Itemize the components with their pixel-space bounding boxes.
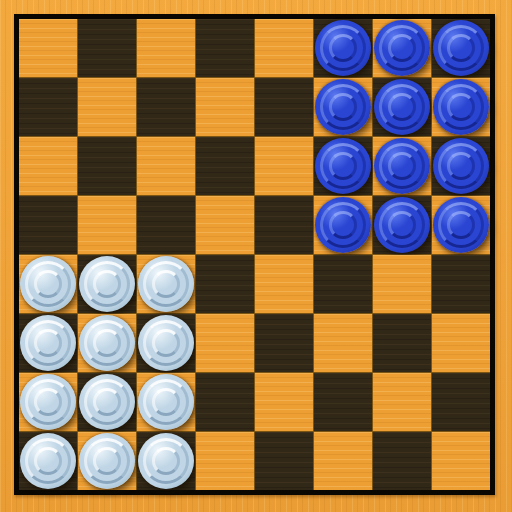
piece-ring-inner (388, 211, 416, 239)
white-piece-c2[interactable] (138, 374, 194, 430)
piece-ring-inner (388, 93, 416, 121)
square-e8[interactable] (255, 19, 313, 77)
square-f5[interactable] (314, 196, 372, 254)
square-d4[interactable] (196, 255, 254, 313)
square-g7[interactable] (373, 78, 431, 136)
square-g5[interactable] (373, 196, 431, 254)
blue-piece-g6[interactable] (374, 138, 430, 194)
piece-ring-inner (93, 388, 121, 416)
square-e4[interactable] (255, 255, 313, 313)
piece-ring-inner (329, 34, 357, 62)
piece-ring-outer (379, 84, 425, 130)
piece-ring-inner (93, 329, 121, 357)
board-frame (14, 14, 495, 495)
square-b4[interactable] (78, 255, 136, 313)
piece-ring-inner (329, 211, 357, 239)
square-c7[interactable] (137, 78, 195, 136)
square-a6[interactable] (19, 137, 77, 195)
square-f4[interactable] (314, 255, 372, 313)
square-c2[interactable] (137, 373, 195, 431)
square-c8[interactable] (137, 19, 195, 77)
piece-ring-inner (93, 447, 121, 475)
blue-piece-h6[interactable] (433, 138, 489, 194)
square-h7[interactable] (432, 78, 490, 136)
piece-ring-outer (320, 25, 366, 71)
square-b7[interactable] (78, 78, 136, 136)
piece-ring-outer (84, 438, 130, 484)
square-e2[interactable] (255, 373, 313, 431)
square-e6[interactable] (255, 137, 313, 195)
square-b2[interactable] (78, 373, 136, 431)
piece-ring-inner (34, 329, 62, 357)
piece-ring-outer (84, 379, 130, 425)
square-h4[interactable] (432, 255, 490, 313)
square-f6[interactable] (314, 137, 372, 195)
square-f3[interactable] (314, 314, 372, 372)
square-a5[interactable] (19, 196, 77, 254)
piece-ring-outer (143, 379, 189, 425)
square-g2[interactable] (373, 373, 431, 431)
wood-frame (0, 0, 512, 512)
square-e1[interactable] (255, 432, 313, 490)
piece-ring-inner (447, 93, 475, 121)
square-b1[interactable] (78, 432, 136, 490)
square-h6[interactable] (432, 137, 490, 195)
piece-ring-outer (379, 25, 425, 71)
piece-ring-outer (25, 320, 71, 366)
piece-ring-inner (447, 34, 475, 62)
square-h1[interactable] (432, 432, 490, 490)
piece-ring-outer (438, 202, 484, 248)
square-e7[interactable] (255, 78, 313, 136)
piece-ring-outer (84, 261, 130, 307)
blue-piece-f5[interactable] (315, 197, 371, 253)
white-piece-b2[interactable] (79, 374, 135, 430)
piece-ring-outer (379, 143, 425, 189)
piece-ring-inner (447, 211, 475, 239)
white-piece-b4[interactable] (79, 256, 135, 312)
square-b6[interactable] (78, 137, 136, 195)
piece-ring-outer (84, 320, 130, 366)
square-h8[interactable] (432, 19, 490, 77)
square-g8[interactable] (373, 19, 431, 77)
piece-ring-outer (438, 25, 484, 71)
square-d2[interactable] (196, 373, 254, 431)
square-g6[interactable] (373, 137, 431, 195)
piece-ring-outer (25, 438, 71, 484)
blue-piece-h7[interactable] (433, 79, 489, 135)
piece-ring-outer (25, 261, 71, 307)
piece-ring-inner (34, 270, 62, 298)
blue-piece-g8[interactable] (374, 20, 430, 76)
square-a4[interactable] (19, 255, 77, 313)
piece-ring-outer (320, 202, 366, 248)
piece-ring-inner (329, 152, 357, 180)
blue-piece-f7[interactable] (315, 79, 371, 135)
square-b3[interactable] (78, 314, 136, 372)
square-c3[interactable] (137, 314, 195, 372)
piece-ring-outer (143, 438, 189, 484)
square-g1[interactable] (373, 432, 431, 490)
piece-ring-outer (438, 84, 484, 130)
piece-ring-inner (34, 388, 62, 416)
piece-ring-inner (34, 447, 62, 475)
square-d1[interactable] (196, 432, 254, 490)
piece-ring-outer (438, 143, 484, 189)
piece-ring-inner (447, 152, 475, 180)
piece-ring-outer (320, 84, 366, 130)
square-a8[interactable] (19, 19, 77, 77)
blue-piece-f8[interactable] (315, 20, 371, 76)
square-d5[interactable] (196, 196, 254, 254)
blue-piece-f6[interactable] (315, 138, 371, 194)
blue-piece-g5[interactable] (374, 197, 430, 253)
square-a2[interactable] (19, 373, 77, 431)
piece-ring-outer (379, 202, 425, 248)
piece-ring-inner (152, 270, 180, 298)
blue-piece-h5[interactable] (433, 197, 489, 253)
square-h2[interactable] (432, 373, 490, 431)
square-a1[interactable] (19, 432, 77, 490)
piece-ring-inner (93, 270, 121, 298)
blue-piece-h8[interactable] (433, 20, 489, 76)
white-piece-c4[interactable] (138, 256, 194, 312)
square-g4[interactable] (373, 255, 431, 313)
square-c5[interactable] (137, 196, 195, 254)
square-b8[interactable] (78, 19, 136, 77)
piece-ring-outer (320, 143, 366, 189)
square-f1[interactable] (314, 432, 372, 490)
white-piece-a2[interactable] (20, 374, 76, 430)
piece-ring-inner (388, 152, 416, 180)
square-a3[interactable] (19, 314, 77, 372)
piece-ring-outer (25, 379, 71, 425)
piece-ring-inner (388, 34, 416, 62)
square-f8[interactable] (314, 19, 372, 77)
square-c6[interactable] (137, 137, 195, 195)
square-d6[interactable] (196, 137, 254, 195)
square-b5[interactable] (78, 196, 136, 254)
white-piece-a4[interactable] (20, 256, 76, 312)
square-c1[interactable] (137, 432, 195, 490)
square-h3[interactable] (432, 314, 490, 372)
square-h5[interactable] (432, 196, 490, 254)
piece-ring-inner (329, 93, 357, 121)
blue-piece-g7[interactable] (374, 79, 430, 135)
piece-ring-inner (152, 329, 180, 357)
square-f7[interactable] (314, 78, 372, 136)
square-d8[interactable] (196, 19, 254, 77)
piece-ring-outer (143, 261, 189, 307)
square-e5[interactable] (255, 196, 313, 254)
square-d7[interactable] (196, 78, 254, 136)
square-c4[interactable] (137, 255, 195, 313)
piece-ring-inner (152, 388, 180, 416)
white-piece-c1[interactable] (138, 433, 194, 489)
square-f2[interactable] (314, 373, 372, 431)
square-e3[interactable] (255, 314, 313, 372)
piece-ring-outer (143, 320, 189, 366)
square-g3[interactable] (373, 314, 431, 372)
white-piece-a1[interactable] (20, 433, 76, 489)
white-piece-a3[interactable] (20, 315, 76, 371)
white-piece-c3[interactable] (138, 315, 194, 371)
piece-ring-inner (152, 447, 180, 475)
square-d3[interactable] (196, 314, 254, 372)
square-a7[interactable] (19, 78, 77, 136)
white-piece-b1[interactable] (79, 433, 135, 489)
board (19, 19, 490, 490)
white-piece-b3[interactable] (79, 315, 135, 371)
